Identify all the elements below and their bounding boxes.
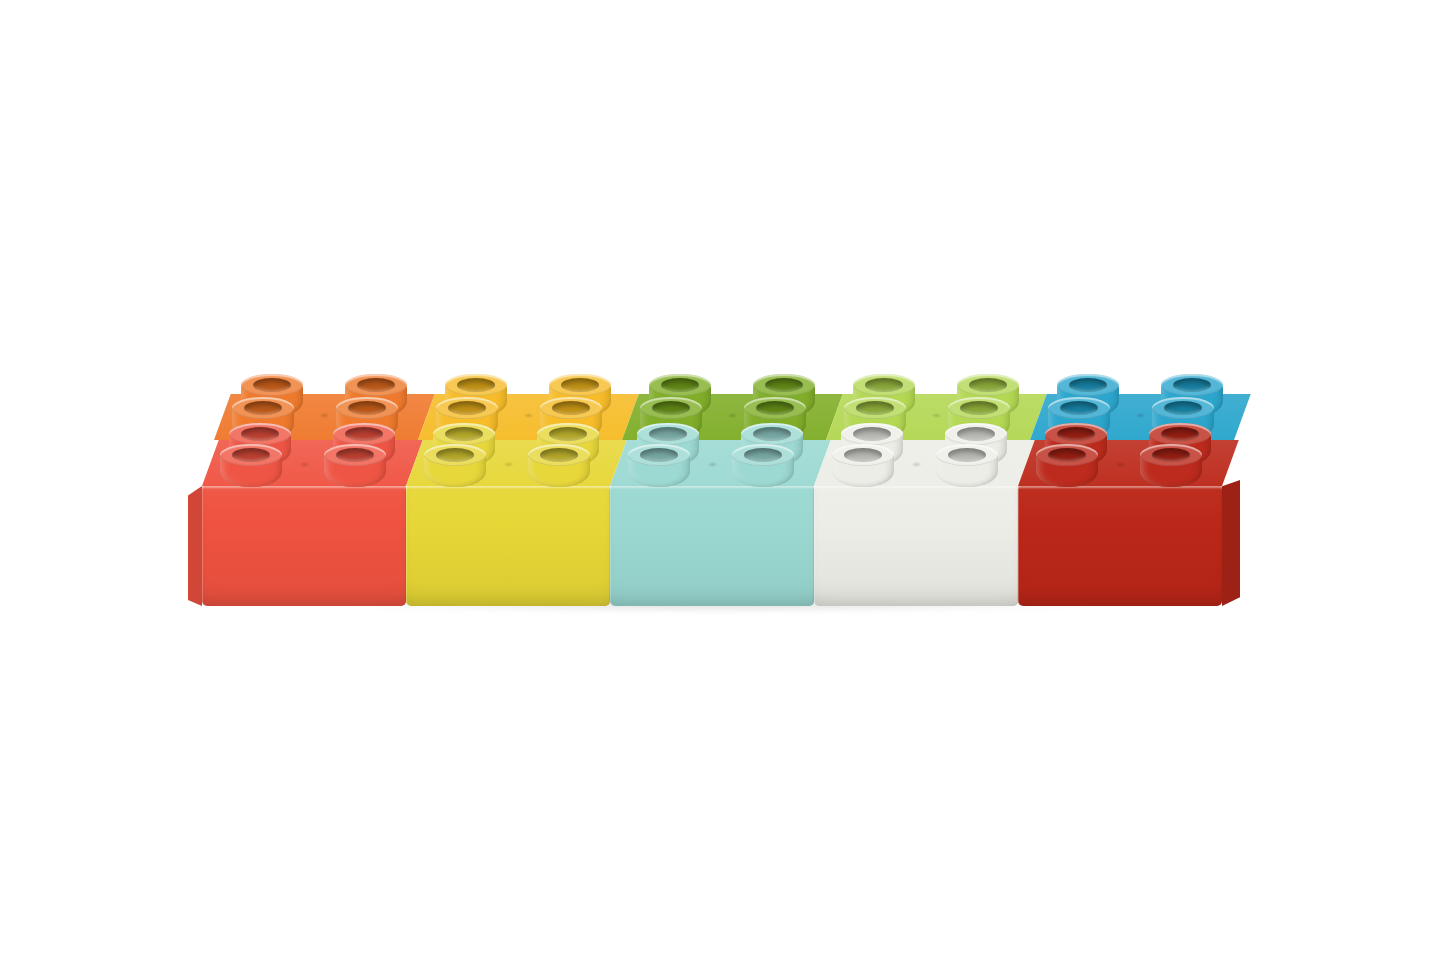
photo-stage: [0, 0, 1445, 963]
brick-front-face: [406, 486, 610, 606]
stud-hole: [436, 448, 474, 462]
brick-stud: [732, 444, 794, 487]
brick-stud: [1140, 444, 1202, 487]
stud-hole: [649, 427, 687, 441]
stud-hole: [865, 378, 903, 392]
brick-stud: [424, 444, 486, 487]
stud-hole: [640, 448, 678, 462]
stud-hole: [856, 401, 894, 415]
stud-hole: [445, 427, 483, 441]
stud-hole: [345, 427, 383, 441]
stud-hole: [1161, 427, 1199, 441]
stud-hole: [457, 378, 495, 392]
stud-hole: [1173, 378, 1211, 392]
top-face-center-mark: [728, 413, 737, 418]
top-face-center-mark: [708, 462, 717, 467]
stud-hole: [549, 427, 587, 441]
stud-hole: [744, 448, 782, 462]
brick-stud: [528, 444, 590, 487]
stud-hole: [1069, 378, 1107, 392]
brick-front-face: [1018, 486, 1222, 606]
stud-hole: [244, 401, 282, 415]
stud-hole: [348, 401, 386, 415]
stud-hole: [561, 378, 599, 392]
brick-stud: [628, 444, 690, 487]
brick-front-face: [610, 486, 814, 606]
top-face-center-mark: [1116, 462, 1125, 467]
stud-hole: [1060, 401, 1098, 415]
brick-stud: [936, 444, 998, 487]
brick-stud: [832, 444, 894, 487]
stud-hole: [540, 448, 578, 462]
top-face-center-mark: [932, 413, 941, 418]
stud-hole: [753, 427, 791, 441]
stud-hole: [253, 378, 291, 392]
stud-hole: [844, 448, 882, 462]
brick-front-face: [814, 486, 1018, 606]
top-face-center-mark: [504, 462, 513, 467]
brick-left-side-face: [188, 486, 202, 606]
stud-hole: [853, 427, 891, 441]
stud-hole: [448, 401, 486, 415]
stud-hole: [1152, 448, 1190, 462]
top-face-center-mark: [912, 462, 921, 467]
stud-hole: [1057, 427, 1095, 441]
stud-hole: [756, 401, 794, 415]
top-face-center-mark: [320, 413, 329, 418]
stud-hole: [1048, 448, 1086, 462]
stud-hole: [357, 378, 395, 392]
brick-stud: [1036, 444, 1098, 487]
stud-hole: [957, 427, 995, 441]
stud-hole: [948, 448, 986, 462]
top-face-center-mark: [1136, 413, 1145, 418]
stud-hole: [661, 378, 699, 392]
stud-hole: [1164, 401, 1202, 415]
stud-hole: [969, 378, 1007, 392]
stud-hole: [552, 401, 590, 415]
stud-hole: [232, 448, 270, 462]
stud-hole: [765, 378, 803, 392]
top-face-center-mark: [300, 462, 309, 467]
stud-hole: [336, 448, 374, 462]
stud-hole: [241, 427, 279, 441]
top-face-center-mark: [524, 413, 533, 418]
brick-right-side-face: [1222, 480, 1240, 606]
brick-stud: [220, 444, 282, 487]
brick-stud: [324, 444, 386, 487]
stud-hole: [652, 401, 690, 415]
brick-front-face: [202, 486, 406, 606]
stud-hole: [960, 401, 998, 415]
